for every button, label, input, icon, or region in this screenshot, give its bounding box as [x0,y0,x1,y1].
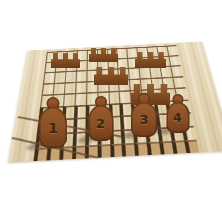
board-cell [64,81,76,93]
pawn-body: 3 [131,102,157,137]
board-front-edge-cell [110,144,123,158]
castle-wall-piece-1[interactable] [51,53,80,68]
board-cell [166,45,178,55]
board-cell [168,55,180,66]
pawn-number: 2 [96,117,105,130]
castle-wall-piece-2[interactable] [89,48,118,62]
castle-wall-piece-4[interactable] [135,52,166,68]
board-cell [74,92,86,105]
board-cell [65,71,76,82]
board-front-edge-cell [184,140,199,154]
board-cell [74,105,86,118]
board-cell [172,76,185,88]
pawn-body: 4 [166,102,189,133]
pawn-body: 1 [39,107,67,148]
castle-wall-piece-3[interactable] [94,67,128,85]
pawn-body: 2 [88,105,113,141]
pawn-3[interactable]: 3 [131,93,157,137]
board-cell [75,81,86,93]
pawn-number: 4 [173,112,181,124]
pawn-number: 1 [48,121,58,135]
board-front-edge-cell [122,143,136,157]
pawn-1[interactable]: 1 [39,97,67,148]
board-cell [170,65,183,76]
board-cell [75,70,86,81]
pawn-2[interactable]: 2 [88,96,113,141]
board-front-edge-cell [97,144,110,158]
pawn-4[interactable]: 4 [166,94,189,133]
pawn-number: 3 [139,113,148,126]
board-game-photo: 1 2 3 4 [0,0,222,222]
